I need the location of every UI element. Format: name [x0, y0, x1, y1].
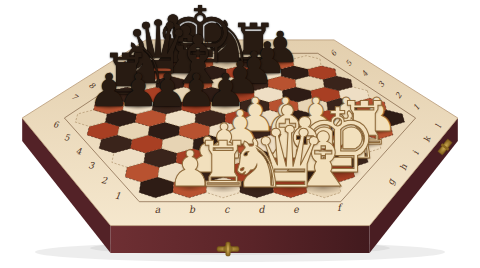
file-label-a: a: [154, 204, 161, 215]
hex-chessboard: abcdefghikl12345678910119876123456: [0, 0, 480, 268]
box-side-front: [111, 226, 370, 253]
hex-chess-set-photo: abcdefghikl12345678910119876123456 ♟♜♞♚♝…: [0, 0, 480, 268]
